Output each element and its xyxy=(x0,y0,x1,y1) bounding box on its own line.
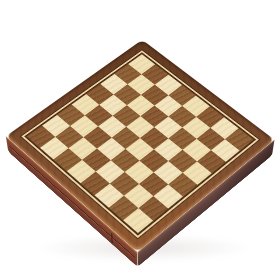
square-g5 xyxy=(168,150,197,173)
square-c2 xyxy=(69,137,97,160)
playing-field xyxy=(21,50,259,238)
square-g2 xyxy=(124,184,153,208)
square-e4 xyxy=(126,138,155,161)
square-b1 xyxy=(40,137,68,160)
square-g1 xyxy=(109,196,139,221)
square-g4 xyxy=(154,161,183,184)
scene xyxy=(0,0,280,280)
square-f5 xyxy=(154,138,183,161)
board-grid xyxy=(27,54,253,233)
square-c1 xyxy=(53,148,82,171)
board-top-face xyxy=(6,40,275,253)
square-h5 xyxy=(183,161,212,184)
square-f3 xyxy=(125,161,154,184)
square-d1 xyxy=(67,160,96,183)
square-h1 xyxy=(123,208,153,233)
square-e2 xyxy=(96,160,125,183)
drawer-seam-vertical xyxy=(111,232,113,243)
square-g6 xyxy=(183,139,212,162)
chess-board xyxy=(6,40,275,253)
square-h7 xyxy=(211,139,240,162)
square-f1 xyxy=(95,184,124,208)
square-g3 xyxy=(139,172,168,196)
square-f4 xyxy=(139,149,168,172)
square-h3 xyxy=(153,184,182,208)
square-f2 xyxy=(110,172,139,196)
square-e1 xyxy=(81,172,110,196)
square-h2 xyxy=(138,196,168,221)
square-d3 xyxy=(97,138,125,161)
square-e3 xyxy=(111,149,140,172)
square-d2 xyxy=(82,149,111,172)
square-h6 xyxy=(197,150,226,173)
square-h4 xyxy=(168,173,197,197)
